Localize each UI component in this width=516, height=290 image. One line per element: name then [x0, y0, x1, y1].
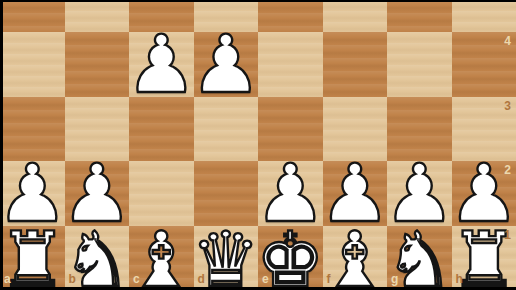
square-d1[interactable]: ♛d	[194, 226, 259, 290]
letterbox-left-edge	[0, 0, 3, 290]
square-e4[interactable]	[258, 32, 323, 97]
screenshot-root: ♟♟43♟♟♟♟♟♟2♜a♞b♝c♛d♚e♝f♞g♜h1	[0, 0, 516, 290]
square-b5[interactable]	[65, 0, 130, 32]
rank-label-4: 4	[504, 35, 511, 47]
square-d4[interactable]: ♟	[194, 32, 259, 97]
square-f4[interactable]	[323, 32, 388, 97]
square-f1[interactable]: ♝f	[323, 226, 388, 290]
square-e1[interactable]: ♚e	[258, 226, 323, 290]
square-g5[interactable]	[387, 0, 452, 32]
file-label-a: a	[4, 273, 11, 285]
square-h5[interactable]	[452, 0, 516, 32]
square-a5[interactable]	[0, 0, 65, 32]
piece-white-pawn[interactable]: ♟	[190, 33, 262, 97]
square-a1[interactable]: ♜a	[0, 226, 65, 290]
square-d3[interactable]	[194, 97, 259, 162]
rank-label-1: 1	[504, 229, 511, 241]
square-h4[interactable]: 4	[452, 32, 516, 97]
square-e5[interactable]	[258, 0, 323, 32]
square-a4[interactable]	[0, 32, 65, 97]
square-b4[interactable]	[65, 32, 130, 97]
square-b1[interactable]: ♞b	[65, 226, 130, 290]
file-label-b: b	[69, 273, 76, 285]
rank-label-3: 3	[504, 100, 511, 112]
square-h1[interactable]: ♜h1	[452, 226, 516, 290]
file-label-f: f	[327, 273, 331, 285]
square-c4[interactable]: ♟	[129, 32, 194, 97]
letterbox-top-edge	[0, 0, 516, 2]
file-label-d: d	[198, 273, 205, 285]
piece-white-pawn[interactable]: ♟	[125, 33, 197, 97]
square-g4[interactable]	[387, 32, 452, 97]
file-label-c: c	[133, 273, 140, 285]
chess-board: ♟♟43♟♟♟♟♟♟2♜a♞b♝c♛d♚e♝f♞g♜h1	[0, 0, 516, 290]
square-c1[interactable]: ♝c	[129, 226, 194, 290]
file-label-h: h	[456, 273, 463, 285]
square-g1[interactable]: ♞g	[387, 226, 452, 290]
file-label-e: e	[262, 273, 269, 285]
rank-label-2: 2	[504, 164, 511, 176]
square-f5[interactable]	[323, 0, 388, 32]
file-label-g: g	[391, 273, 398, 285]
square-c3[interactable]	[129, 97, 194, 162]
